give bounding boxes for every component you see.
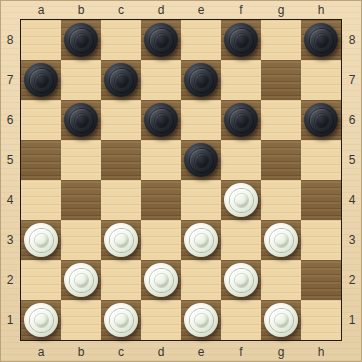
black-man-b8[interactable] [64,23,98,57]
file-label-top-d: d [141,0,181,19]
square-c2[interactable] [101,260,141,300]
square-f5[interactable] [221,140,261,180]
square-f6[interactable] [221,100,261,140]
piece-ring [190,229,213,252]
piece-center [195,234,208,247]
black-man-e7[interactable] [184,63,218,97]
square-b8[interactable] [61,20,101,60]
square-b4[interactable] [61,180,101,220]
file-label-top-b: b [61,0,101,19]
piece-center [235,274,248,287]
black-man-e5[interactable] [184,143,218,177]
piece-center [275,234,288,247]
file-label-bottom-a: a [21,341,61,362]
square-h2[interactable] [301,260,341,300]
file-label-top-g: g [261,0,301,19]
square-d6[interactable] [141,100,181,140]
file-label-bottom-f: f [221,341,261,362]
square-g1[interactable] [261,300,301,340]
square-g4[interactable] [261,180,301,220]
square-g2[interactable] [261,260,301,300]
piece-center [155,274,168,287]
square-b3[interactable] [61,220,101,260]
square-e3[interactable] [181,220,221,260]
piece-center [315,114,328,127]
square-h7[interactable] [301,60,341,100]
rank-label-left-2: 2 [0,260,20,300]
square-a8[interactable] [21,20,61,60]
file-label-top-c: c [101,0,141,19]
square-e1[interactable] [181,300,221,340]
square-f7[interactable] [221,60,261,100]
square-a6[interactable] [21,100,61,140]
square-g3[interactable] [261,220,301,260]
file-labels-bottom: abcdefgh [21,341,341,362]
black-man-f8[interactable] [224,23,258,57]
square-e4[interactable] [181,180,221,220]
piece-center [75,274,88,287]
white-man-a3[interactable] [24,223,58,257]
square-h5[interactable] [301,140,341,180]
square-d3[interactable] [141,220,181,260]
checkers-board-panel: abcdefgh abcdefgh 87654321 87654321 [0,0,362,362]
file-label-bottom-g: g [261,341,301,362]
square-d4[interactable] [141,180,181,220]
rank-label-right-4: 4 [342,180,362,220]
piece-ring [110,309,133,332]
square-e7[interactable] [181,60,221,100]
file-labels-top: abcdefgh [21,0,341,19]
rank-label-left-1: 1 [0,300,20,340]
black-man-d6[interactable] [144,103,178,137]
rank-label-left-7: 7 [0,60,20,100]
square-f1[interactable] [221,300,261,340]
white-man-f2[interactable] [224,263,258,297]
black-man-f6[interactable] [224,103,258,137]
rank-label-left-5: 5 [0,140,20,180]
piece-ring [110,229,133,252]
square-e5[interactable] [181,140,221,180]
rank-label-right-6: 6 [342,100,362,140]
piece-ring [230,269,253,292]
square-g8[interactable] [261,20,301,60]
piece-center [35,74,48,87]
white-man-e3[interactable] [184,223,218,257]
piece-ring [190,69,213,92]
file-label-top-e: e [181,0,221,19]
rank-label-right-2: 2 [342,260,362,300]
piece-center [195,314,208,327]
checkers-board [20,19,342,341]
square-e2[interactable] [181,260,221,300]
piece-ring [190,309,213,332]
square-b2[interactable] [61,260,101,300]
piece-ring [150,29,173,52]
white-man-d2[interactable] [144,263,178,297]
square-b1[interactable] [61,300,101,340]
square-b7[interactable] [61,60,101,100]
white-man-e1[interactable] [184,303,218,337]
square-c3[interactable] [101,220,141,260]
rank-label-right-1: 1 [342,300,362,340]
piece-ring [150,269,173,292]
square-b6[interactable] [61,100,101,140]
square-c6[interactable] [101,100,141,140]
white-man-g3[interactable] [264,223,298,257]
piece-center [155,34,168,47]
square-h3[interactable] [301,220,341,260]
rank-label-right-8: 8 [342,20,362,60]
black-man-b6[interactable] [64,103,98,137]
square-d5[interactable] [141,140,181,180]
square-a7[interactable] [21,60,61,100]
square-g6[interactable] [261,100,301,140]
piece-ring [270,309,293,332]
square-e8[interactable] [181,20,221,60]
square-a1[interactable] [21,300,61,340]
square-d7[interactable] [141,60,181,100]
piece-center [75,114,88,127]
file-label-top-h: h [301,0,341,19]
rank-label-right-7: 7 [342,60,362,100]
piece-center [115,74,128,87]
piece-center [75,34,88,47]
square-h6[interactable] [301,100,341,140]
rank-labels-right: 87654321 [342,20,362,340]
piece-ring [150,109,173,132]
piece-ring [70,109,93,132]
file-label-bottom-e: e [181,341,221,362]
rank-label-left-4: 4 [0,180,20,220]
square-g7[interactable] [261,60,301,100]
file-label-top-f: f [221,0,261,19]
square-f8[interactable] [221,20,261,60]
rank-label-left-3: 3 [0,220,20,260]
rank-label-left-6: 6 [0,100,20,140]
white-man-c3[interactable] [104,223,138,257]
square-c7[interactable] [101,60,141,100]
file-label-bottom-c: c [101,341,141,362]
black-man-h8[interactable] [304,23,338,57]
black-man-h6[interactable] [304,103,338,137]
piece-ring [230,189,253,212]
file-label-top-a: a [21,0,61,19]
piece-ring [110,69,133,92]
piece-center [35,234,48,247]
piece-center [235,34,248,47]
piece-center [35,314,48,327]
square-e6[interactable] [181,100,221,140]
rank-label-left-8: 8 [0,20,20,60]
piece-ring [30,309,53,332]
square-d8[interactable] [141,20,181,60]
white-man-g1[interactable] [264,303,298,337]
file-label-bottom-b: b [61,341,101,362]
piece-center [155,114,168,127]
piece-ring [70,269,93,292]
piece-center [195,74,208,87]
square-b5[interactable] [61,140,101,180]
file-label-bottom-d: d [141,341,181,362]
piece-ring [310,109,333,132]
piece-center [115,234,128,247]
square-c4[interactable] [101,180,141,220]
rank-labels-left: 87654321 [0,20,20,340]
piece-ring [70,29,93,52]
piece-ring [310,29,333,52]
piece-center [235,194,248,207]
piece-ring [30,229,53,252]
piece-center [195,154,208,167]
white-man-a1[interactable] [24,303,58,337]
piece-ring [190,149,213,172]
square-g5[interactable] [261,140,301,180]
square-a2[interactable] [21,260,61,300]
black-man-d8[interactable] [144,23,178,57]
square-c1[interactable] [101,300,141,340]
square-f3[interactable] [221,220,261,260]
piece-center [275,314,288,327]
white-man-b2[interactable] [64,263,98,297]
piece-center [315,34,328,47]
piece-ring [230,29,253,52]
square-a3[interactable] [21,220,61,260]
piece-ring [230,109,253,132]
piece-center [115,314,128,327]
white-man-c1[interactable] [104,303,138,337]
square-f2[interactable] [221,260,261,300]
file-label-bottom-h: h [301,341,341,362]
square-c8[interactable] [101,20,141,60]
square-c5[interactable] [101,140,141,180]
black-man-c7[interactable] [104,63,138,97]
square-h8[interactable] [301,20,341,60]
piece-ring [30,69,53,92]
square-a5[interactable] [21,140,61,180]
square-f4[interactable] [221,180,261,220]
piece-ring [270,229,293,252]
square-d1[interactable] [141,300,181,340]
rank-label-right-5: 5 [342,140,362,180]
square-a4[interactable] [21,180,61,220]
piece-center [235,114,248,127]
black-man-a7[interactable] [24,63,58,97]
square-h1[interactable] [301,300,341,340]
white-man-f4[interactable] [224,183,258,217]
rank-label-right-3: 3 [342,220,362,260]
square-d2[interactable] [141,260,181,300]
square-h4[interactable] [301,180,341,220]
